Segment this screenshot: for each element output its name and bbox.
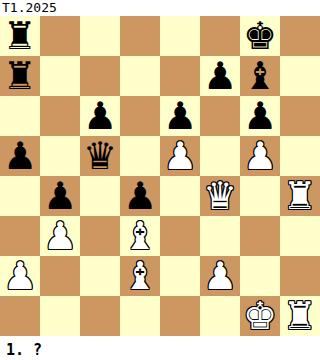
- square-h3[interactable]: [280, 216, 320, 256]
- square-e6[interactable]: ♟: [160, 96, 200, 136]
- black-king-icon: ♚: [243, 17, 277, 55]
- square-d5[interactable]: [120, 136, 160, 176]
- square-h1[interactable]: ♜: [280, 296, 320, 336]
- white-queen-icon: ♛: [203, 177, 237, 215]
- square-a5[interactable]: ♟: [0, 136, 40, 176]
- square-a6[interactable]: [0, 96, 40, 136]
- square-c8[interactable]: [80, 16, 120, 56]
- square-g3[interactable]: [240, 216, 280, 256]
- square-h5[interactable]: [280, 136, 320, 176]
- square-f2[interactable]: ♟: [200, 256, 240, 296]
- square-f6[interactable]: [200, 96, 240, 136]
- square-c2[interactable]: [80, 256, 120, 296]
- square-h2[interactable]: [280, 256, 320, 296]
- square-d8[interactable]: [120, 16, 160, 56]
- square-f7[interactable]: ♟: [200, 56, 240, 96]
- square-g8[interactable]: ♚: [240, 16, 280, 56]
- square-d7[interactable]: [120, 56, 160, 96]
- chess-puzzle-page: T1.2025 ♜♚♜♟♝♟♟♟♟♛♟♟♟♟♛♜♟♝♟♝♟♚♜ 1. ?: [0, 0, 320, 360]
- square-e7[interactable]: [160, 56, 200, 96]
- square-e2[interactable]: [160, 256, 200, 296]
- square-d6[interactable]: [120, 96, 160, 136]
- square-a2[interactable]: ♟: [0, 256, 40, 296]
- square-h6[interactable]: [280, 96, 320, 136]
- square-g6[interactable]: ♟: [240, 96, 280, 136]
- square-h4[interactable]: ♜: [280, 176, 320, 216]
- square-f3[interactable]: [200, 216, 240, 256]
- square-g7[interactable]: ♝: [240, 56, 280, 96]
- white-rook-icon: ♜: [283, 297, 317, 335]
- square-h7[interactable]: [280, 56, 320, 96]
- square-d3[interactable]: ♝: [120, 216, 160, 256]
- square-e4[interactable]: [160, 176, 200, 216]
- square-g5[interactable]: ♟: [240, 136, 280, 176]
- white-king-icon: ♚: [243, 297, 277, 335]
- square-g4[interactable]: [240, 176, 280, 216]
- square-b2[interactable]: [40, 256, 80, 296]
- square-b7[interactable]: [40, 56, 80, 96]
- white-pawn-icon: ♟: [43, 217, 77, 255]
- white-bishop-icon: ♝: [123, 257, 157, 295]
- black-bishop-icon: ♝: [243, 57, 277, 95]
- white-pawn-icon: ♟: [3, 257, 37, 295]
- square-c7[interactable]: [80, 56, 120, 96]
- black-pawn-icon: ♟: [3, 137, 37, 175]
- square-a8[interactable]: ♜: [0, 16, 40, 56]
- move-prompt: 1. ?: [0, 336, 320, 359]
- square-h8[interactable]: [280, 16, 320, 56]
- square-c6[interactable]: ♟: [80, 96, 120, 136]
- black-queen-icon: ♛: [83, 137, 117, 175]
- square-b4[interactable]: ♟: [40, 176, 80, 216]
- square-a4[interactable]: [0, 176, 40, 216]
- square-b8[interactable]: [40, 16, 80, 56]
- square-a1[interactable]: [0, 296, 40, 336]
- white-pawn-icon: ♟: [163, 137, 197, 175]
- black-pawn-icon: ♟: [123, 177, 157, 215]
- square-f5[interactable]: [200, 136, 240, 176]
- black-rook-icon: ♜: [3, 57, 37, 95]
- square-f1[interactable]: [200, 296, 240, 336]
- black-pawn-icon: ♟: [243, 97, 277, 135]
- square-c1[interactable]: [80, 296, 120, 336]
- square-e1[interactable]: [160, 296, 200, 336]
- square-b3[interactable]: ♟: [40, 216, 80, 256]
- square-c5[interactable]: ♛: [80, 136, 120, 176]
- puzzle-title: T1.2025: [0, 0, 320, 16]
- white-pawn-icon: ♟: [203, 257, 237, 295]
- white-pawn-icon: ♟: [243, 137, 277, 175]
- square-a7[interactable]: ♜: [0, 56, 40, 96]
- square-b1[interactable]: [40, 296, 80, 336]
- square-d4[interactable]: ♟: [120, 176, 160, 216]
- black-pawn-icon: ♟: [203, 57, 237, 95]
- square-c4[interactable]: [80, 176, 120, 216]
- square-e5[interactable]: ♟: [160, 136, 200, 176]
- square-b6[interactable]: [40, 96, 80, 136]
- square-f4[interactable]: ♛: [200, 176, 240, 216]
- square-e3[interactable]: [160, 216, 200, 256]
- square-g2[interactable]: [240, 256, 280, 296]
- square-b5[interactable]: [40, 136, 80, 176]
- chess-board: ♜♚♜♟♝♟♟♟♟♛♟♟♟♟♛♜♟♝♟♝♟♚♜: [0, 16, 320, 336]
- square-d1[interactable]: [120, 296, 160, 336]
- square-g1[interactable]: ♚: [240, 296, 280, 336]
- white-bishop-icon: ♝: [123, 217, 157, 255]
- black-pawn-icon: ♟: [43, 177, 77, 215]
- black-pawn-icon: ♟: [163, 97, 197, 135]
- square-d2[interactable]: ♝: [120, 256, 160, 296]
- square-e8[interactable]: [160, 16, 200, 56]
- square-a3[interactable]: [0, 216, 40, 256]
- white-rook-icon: ♜: [283, 177, 317, 215]
- black-pawn-icon: ♟: [83, 97, 117, 135]
- square-f8[interactable]: [200, 16, 240, 56]
- black-rook-icon: ♜: [3, 17, 37, 55]
- square-c3[interactable]: [80, 216, 120, 256]
